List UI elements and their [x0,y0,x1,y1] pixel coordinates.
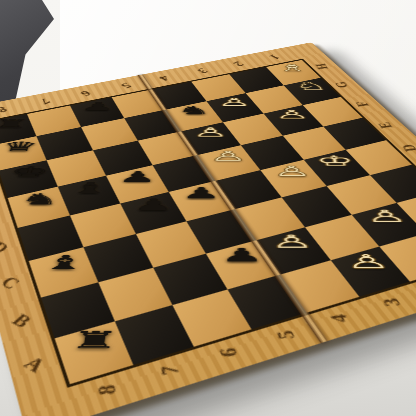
piece-glyph: ♝ [63,179,117,197]
piece-glyph: ♚ [2,164,56,181]
piece-glyph: ♟ [175,184,226,202]
piece-glyph: ♟ [126,196,179,215]
piece-glyph: ♘ [289,80,333,92]
folding-chess-board[interactable]: ♜♟♗♛♞♙♘♚♙♙♞♝♟♙♟♟♙♔♝♟♙♙♜♙ 88HH77GG66FF55E… [0,42,416,416]
piece-glyph: ♙ [204,148,252,164]
piece-glyph: ♙ [357,207,415,226]
piece-glyph: ♝ [34,252,95,274]
piece-glyph: ♟ [112,169,163,186]
piece-glyph: ♟ [214,244,271,266]
piece-glyph: ♟ [74,100,120,113]
board-grid[interactable]: ♜♟♗♛♞♙♘♚♙♙♞♝♟♙♟♟♙♔♝♟♙♙♜♙ [0,59,416,388]
piece-glyph: ♙ [264,231,321,252]
piece-glyph: ♜ [0,117,36,131]
piece-glyph: ♙ [337,251,398,273]
piece-glyph: ♔ [310,153,361,169]
photo-scene: { "game": "chess", "scene": "folding woo… [0,0,416,416]
piece-glyph: ♙ [213,96,256,109]
piece-glyph: ♞ [172,104,216,117]
piece-glyph: ♛ [0,139,45,154]
piece-glyph: ♙ [187,125,233,139]
piece-glyph: ♗ [271,62,313,73]
piece-glyph: ♙ [267,163,318,180]
piece-glyph: ♜ [61,327,128,354]
piece-glyph: ♞ [12,190,68,208]
piece-glyph: ♙ [269,108,315,122]
